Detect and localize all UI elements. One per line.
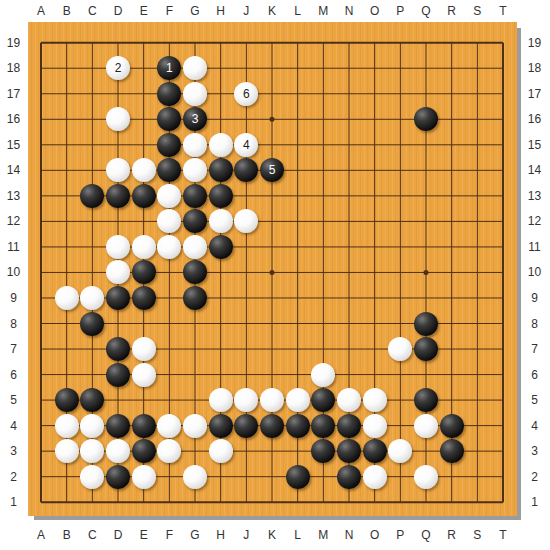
stone[interactable] <box>183 465 207 489</box>
row-label-left: 17 <box>2 87 25 101</box>
column-label-bottom: D <box>108 528 128 542</box>
star-point <box>270 270 275 275</box>
stone[interactable] <box>132 235 156 259</box>
row-label-left: 5 <box>2 393 25 407</box>
stone[interactable] <box>106 439 130 463</box>
column-label-top: K <box>262 4 282 18</box>
column-label-top: S <box>467 4 487 18</box>
stone[interactable] <box>286 388 310 412</box>
row-label-right: 18 <box>523 61 546 75</box>
row-label-right: 8 <box>523 317 546 331</box>
stone[interactable] <box>132 439 156 463</box>
stone[interactable] <box>132 337 156 361</box>
stone[interactable] <box>183 235 207 259</box>
row-label-left: 15 <box>2 138 25 152</box>
stone[interactable] <box>209 414 233 438</box>
stone[interactable] <box>183 286 207 310</box>
stone[interactable] <box>440 414 464 438</box>
stone[interactable] <box>157 133 181 157</box>
stone[interactable] <box>55 414 79 438</box>
stone[interactable] <box>209 235 233 259</box>
stone[interactable] <box>414 465 438 489</box>
stone[interactable] <box>363 388 387 412</box>
stone[interactable] <box>132 465 156 489</box>
column-label-top: F <box>159 4 179 18</box>
row-label-right: 1 <box>523 495 546 509</box>
column-label-top: M <box>313 4 333 18</box>
column-label-bottom: G <box>185 528 205 542</box>
stone[interactable] <box>132 286 156 310</box>
row-label-left: 4 <box>2 419 25 433</box>
row-label-left: 18 <box>2 61 25 75</box>
column-label-bottom: S <box>467 528 487 542</box>
stone[interactable] <box>157 414 181 438</box>
stone[interactable] <box>157 82 181 106</box>
row-label-right: 6 <box>523 368 546 382</box>
row-label-right: 5 <box>523 393 546 407</box>
row-label-left: 13 <box>2 189 25 203</box>
stone[interactable] <box>106 235 130 259</box>
stone[interactable] <box>337 439 361 463</box>
row-label-right: 14 <box>523 163 546 177</box>
column-label-bottom: O <box>365 528 385 542</box>
stone[interactable] <box>260 414 284 438</box>
stone[interactable] <box>55 286 79 310</box>
row-label-right: 3 <box>523 444 546 458</box>
stone-move-6[interactable]: 6 <box>234 82 258 106</box>
stone[interactable] <box>414 337 438 361</box>
column-label-bottom: C <box>82 528 102 542</box>
stone[interactable] <box>55 388 79 412</box>
stone[interactable] <box>183 82 207 106</box>
column-label-top: L <box>288 4 308 18</box>
stone[interactable] <box>183 184 207 208</box>
column-label-top: H <box>211 4 231 18</box>
stone[interactable] <box>286 414 310 438</box>
row-label-right: 19 <box>523 36 546 50</box>
stone[interactable] <box>132 414 156 438</box>
stone[interactable] <box>414 414 438 438</box>
row-label-right: 7 <box>523 342 546 356</box>
stone[interactable] <box>311 363 335 387</box>
row-label-left: 16 <box>2 112 25 126</box>
stone[interactable] <box>106 363 130 387</box>
go-diagram: ABCDEFGHJKLMNOPQRST ABCDEFGHJKLMNOPQRST … <box>0 0 550 550</box>
stone[interactable] <box>209 158 233 182</box>
row-label-left: 3 <box>2 444 25 458</box>
column-label-top: P <box>390 4 410 18</box>
column-label-bottom: P <box>390 528 410 542</box>
stone[interactable] <box>209 209 233 233</box>
star-point <box>270 117 275 122</box>
row-label-left: 19 <box>2 36 25 50</box>
column-label-bottom: A <box>31 528 51 542</box>
stone[interactable] <box>106 414 130 438</box>
row-label-right: 16 <box>523 112 546 126</box>
row-label-right: 9 <box>523 291 546 305</box>
stone[interactable] <box>414 312 438 336</box>
column-label-bottom: J <box>236 528 256 542</box>
stone[interactable] <box>106 184 130 208</box>
stone-move-4[interactable]: 4 <box>234 133 258 157</box>
column-label-top: T <box>493 4 513 18</box>
stone[interactable] <box>337 465 361 489</box>
column-label-bottom: F <box>159 528 179 542</box>
stone[interactable] <box>132 363 156 387</box>
stone[interactable] <box>337 414 361 438</box>
stone[interactable] <box>132 184 156 208</box>
stone[interactable] <box>363 465 387 489</box>
row-label-left: 11 <box>2 240 25 254</box>
stone[interactable] <box>80 414 104 438</box>
column-label-top: G <box>185 4 205 18</box>
row-label-right: 15 <box>523 138 546 152</box>
goban[interactable]: 216345 <box>28 22 517 516</box>
column-label-top: A <box>31 4 51 18</box>
column-label-bottom: R <box>442 528 462 542</box>
column-label-bottom: E <box>134 528 154 542</box>
column-label-bottom: L <box>288 528 308 542</box>
column-label-top: E <box>134 4 154 18</box>
row-label-left: 8 <box>2 317 25 331</box>
stone[interactable] <box>286 465 310 489</box>
stone[interactable] <box>132 158 156 182</box>
stone[interactable] <box>311 414 335 438</box>
column-label-bottom: Q <box>416 528 436 542</box>
column-label-top: Q <box>416 4 436 18</box>
column-label-bottom: B <box>57 528 77 542</box>
row-label-left: 9 <box>2 291 25 305</box>
stone[interactable] <box>440 439 464 463</box>
row-label-left: 2 <box>2 470 25 484</box>
stone[interactable] <box>209 133 233 157</box>
row-label-left: 6 <box>2 368 25 382</box>
row-label-right: 10 <box>523 265 546 279</box>
stone[interactable] <box>106 337 130 361</box>
stone[interactable] <box>183 133 207 157</box>
row-label-left: 14 <box>2 163 25 177</box>
column-label-top: N <box>339 4 359 18</box>
stone[interactable] <box>363 414 387 438</box>
column-label-top: O <box>365 4 385 18</box>
stone[interactable] <box>234 414 258 438</box>
column-label-top: C <box>82 4 102 18</box>
stone[interactable] <box>183 414 207 438</box>
column-label-top: J <box>236 4 256 18</box>
stone[interactable] <box>363 439 387 463</box>
row-label-left: 1 <box>2 495 25 509</box>
column-label-bottom: H <box>211 528 231 542</box>
row-label-right: 2 <box>523 470 546 484</box>
column-label-bottom: M <box>313 528 333 542</box>
column-label-top: B <box>57 4 77 18</box>
stone[interactable] <box>414 388 438 412</box>
column-label-bottom: T <box>493 528 513 542</box>
row-label-left: 7 <box>2 342 25 356</box>
stone[interactable] <box>80 312 104 336</box>
column-label-bottom: N <box>339 528 359 542</box>
column-label-top: D <box>108 4 128 18</box>
row-label-right: 11 <box>523 240 546 254</box>
stone[interactable] <box>106 286 130 310</box>
row-label-left: 12 <box>2 214 25 228</box>
row-label-right: 13 <box>523 189 546 203</box>
stone[interactable] <box>209 439 233 463</box>
stone[interactable] <box>209 388 233 412</box>
stone[interactable] <box>80 465 104 489</box>
stone[interactable] <box>106 465 130 489</box>
row-label-right: 17 <box>523 87 546 101</box>
row-label-left: 10 <box>2 265 25 279</box>
stone[interactable] <box>209 184 233 208</box>
column-label-bottom: K <box>262 528 282 542</box>
row-label-right: 12 <box>523 214 546 228</box>
row-label-right: 4 <box>523 419 546 433</box>
stone[interactable] <box>55 439 79 463</box>
stone[interactable] <box>337 388 361 412</box>
star-point <box>424 270 429 275</box>
stone[interactable] <box>132 260 156 284</box>
column-label-top: R <box>442 4 462 18</box>
stone[interactable] <box>260 388 284 412</box>
